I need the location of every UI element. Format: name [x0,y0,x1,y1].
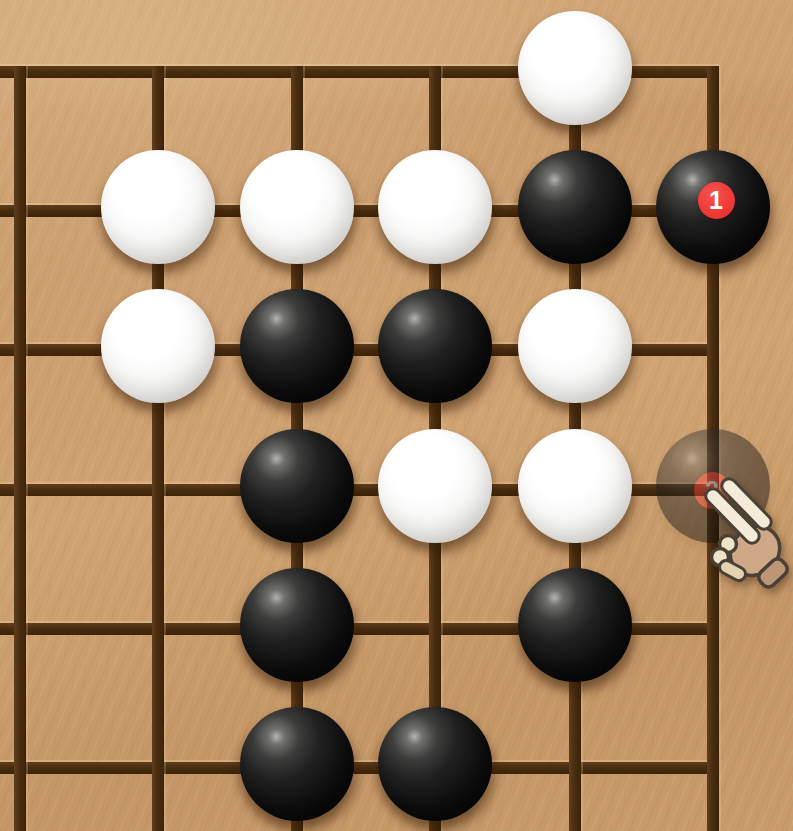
white-stone-r1c5 [518,11,632,125]
black-stone-r5c3 [240,568,354,682]
black-stone-r6c3 [240,707,354,821]
white-stone-r2c3 [240,150,354,264]
tap-hand-cursor [692,468,793,596]
black-stone-r5c5 [518,568,632,682]
black-stone-r2c5 [518,150,632,264]
white-stone-r2c2 [101,150,215,264]
white-stone-r4c5 [518,429,632,543]
grid-line-h-6 [0,762,719,774]
move-badge-1: 1 [698,182,735,219]
black-stone-r2c6: 1 [656,150,770,264]
black-stone-r6c4 [378,707,492,821]
go-board[interactable]: 12 [0,0,793,831]
grid-line-v-1 [14,66,26,831]
white-stone-r2c4 [378,150,492,264]
black-stone-r3c4 [378,289,492,403]
white-stone-r3c5 [518,289,632,403]
white-stone-r4c4 [378,429,492,543]
black-stone-r3c3 [240,289,354,403]
black-stone-r4c3 [240,429,354,543]
white-stone-r3c2 [101,289,215,403]
